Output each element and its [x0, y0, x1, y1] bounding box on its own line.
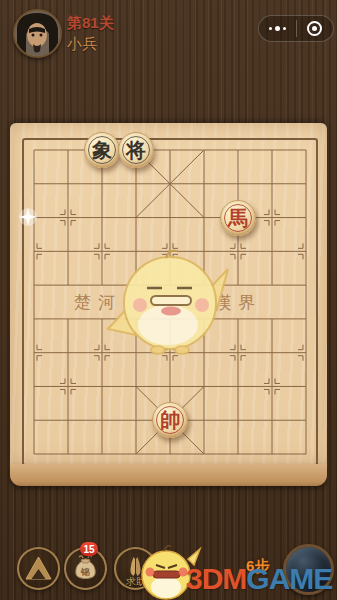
watermark: 3DMGAME	[186, 562, 332, 596]
player-name: 小兵	[67, 35, 97, 54]
svg-text:锦: 锦	[80, 567, 90, 577]
watermark-3dm: 3DM	[186, 562, 246, 595]
piece-black-elephant[interactable]: 象	[84, 132, 120, 168]
menu-button[interactable]	[17, 547, 60, 590]
river-label-left: 楚河	[74, 293, 122, 312]
piece-glyph: 帥	[160, 410, 180, 430]
piece-red-horse[interactable]: 馬	[220, 200, 256, 236]
chevron-up-icon	[19, 549, 58, 588]
sparkle-effect-icon	[19, 208, 37, 226]
screen: { "game": "xiangqi", "header": { "level"…	[0, 0, 337, 600]
board-side-edge	[10, 464, 327, 486]
avatar-image	[15, 11, 60, 56]
piece-glyph: 象	[92, 140, 112, 160]
exit-button[interactable]	[297, 16, 334, 41]
piece-glyph: 将	[126, 140, 146, 160]
piece-red-general[interactable]: 帥	[152, 402, 188, 438]
piece-black-general[interactable]: 将	[118, 132, 154, 168]
hint-count-badge: 15	[80, 542, 98, 556]
watermark-game: GAME	[246, 562, 332, 595]
piece-glyph: 馬	[228, 208, 248, 228]
wechat-capsule	[258, 15, 334, 42]
target-circle-icon	[307, 21, 322, 36]
avatar[interactable]	[13, 9, 62, 58]
level-title: 第81关	[67, 14, 114, 33]
more-dots-icon	[269, 26, 286, 31]
more-button[interactable]	[259, 16, 296, 41]
xiangqi-board[interactable]: 楚河漢界 象将馬帥	[10, 123, 327, 464]
board-mascot-chick-icon	[108, 251, 228, 354]
